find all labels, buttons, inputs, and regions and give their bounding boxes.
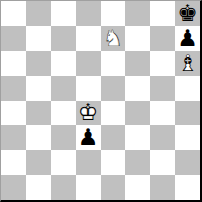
square-b4[interactable] — [26, 101, 51, 126]
piece-white-knight: ♞♘ — [101, 26, 126, 51]
square-e3[interactable] — [101, 125, 126, 150]
square-e4[interactable] — [101, 101, 126, 126]
square-d5[interactable] — [76, 76, 101, 101]
square-f7[interactable] — [125, 26, 150, 51]
piece-outline-layer: ♘ — [101, 26, 126, 51]
piece-black-pawn: ♙♟ — [175, 26, 200, 51]
piece-outline-layer: ♔ — [76, 101, 101, 126]
chess-diagram: ♔♚♞♘♙♟♝♗♚♔♙♟ — [0, 0, 202, 202]
square-a1[interactable] — [1, 175, 26, 200]
square-d3[interactable]: ♙♟ — [76, 125, 101, 150]
square-e7[interactable]: ♞♘ — [101, 26, 126, 51]
square-a2[interactable] — [1, 150, 26, 175]
piece-outline-layer: ♚ — [175, 1, 200, 26]
square-f3[interactable] — [125, 125, 150, 150]
square-g6[interactable] — [150, 51, 175, 76]
square-b2[interactable] — [26, 150, 51, 175]
square-f2[interactable] — [125, 150, 150, 175]
square-e1[interactable] — [101, 175, 126, 200]
square-b1[interactable] — [26, 175, 51, 200]
square-d1[interactable] — [76, 175, 101, 200]
square-e6[interactable] — [101, 51, 126, 76]
square-c8[interactable] — [51, 1, 76, 26]
square-h1[interactable] — [175, 175, 200, 200]
square-h6[interactable]: ♝♗ — [175, 51, 200, 76]
square-h5[interactable] — [175, 76, 200, 101]
square-h8[interactable]: ♔♚ — [175, 1, 200, 26]
square-e5[interactable] — [101, 76, 126, 101]
square-c4[interactable] — [51, 101, 76, 126]
square-b6[interactable] — [26, 51, 51, 76]
piece-black-pawn: ♙♟ — [76, 125, 101, 150]
square-e8[interactable] — [101, 1, 126, 26]
square-g5[interactable] — [150, 76, 175, 101]
square-b5[interactable] — [26, 76, 51, 101]
square-a6[interactable] — [1, 51, 26, 76]
square-c1[interactable] — [51, 175, 76, 200]
piece-white-king: ♚♔ — [76, 101, 101, 126]
square-d4[interactable]: ♚♔ — [76, 101, 101, 126]
square-h4[interactable] — [175, 101, 200, 126]
square-e2[interactable] — [101, 150, 126, 175]
square-c2[interactable] — [51, 150, 76, 175]
square-g2[interactable] — [150, 150, 175, 175]
square-h7[interactable]: ♙♟ — [175, 26, 200, 51]
square-f5[interactable] — [125, 76, 150, 101]
square-d8[interactable] — [76, 1, 101, 26]
square-a3[interactable] — [1, 125, 26, 150]
square-f8[interactable] — [125, 1, 150, 26]
chess-board: ♔♚♞♘♙♟♝♗♚♔♙♟ — [0, 0, 202, 202]
piece-outline-layer: ♟ — [76, 125, 101, 150]
piece-outline-layer: ♗ — [175, 51, 200, 76]
square-a5[interactable] — [1, 76, 26, 101]
square-h2[interactable] — [175, 150, 200, 175]
square-a8[interactable] — [1, 1, 26, 26]
square-g7[interactable] — [150, 26, 175, 51]
piece-white-bishop: ♝♗ — [175, 51, 200, 76]
square-c6[interactable] — [51, 51, 76, 76]
square-d6[interactable] — [76, 51, 101, 76]
square-g4[interactable] — [150, 101, 175, 126]
square-h3[interactable] — [175, 125, 200, 150]
square-d7[interactable] — [76, 26, 101, 51]
square-f1[interactable] — [125, 175, 150, 200]
square-c7[interactable] — [51, 26, 76, 51]
square-b8[interactable] — [26, 1, 51, 26]
square-c5[interactable] — [51, 76, 76, 101]
square-g8[interactable] — [150, 1, 175, 26]
square-d2[interactable] — [76, 150, 101, 175]
square-f6[interactable] — [125, 51, 150, 76]
square-g3[interactable] — [150, 125, 175, 150]
square-g1[interactable] — [150, 175, 175, 200]
square-f4[interactable] — [125, 101, 150, 126]
square-b7[interactable] — [26, 26, 51, 51]
square-c3[interactable] — [51, 125, 76, 150]
square-a4[interactable] — [1, 101, 26, 126]
square-b3[interactable] — [26, 125, 51, 150]
piece-black-king: ♔♚ — [175, 1, 200, 26]
square-a7[interactable] — [1, 26, 26, 51]
piece-outline-layer: ♟ — [175, 26, 200, 51]
